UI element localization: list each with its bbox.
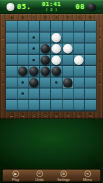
cell-E2[interactable] (51, 32, 62, 43)
column-labels-bottom: ABCDEFGH (6, 112, 96, 118)
cell-E8[interactable] (51, 100, 62, 111)
cell-E7[interactable] (51, 89, 62, 100)
toolbar-label-undo: Undo (35, 177, 43, 181)
cell-G2[interactable] (74, 32, 85, 43)
row-label-6: 6 (97, 77, 103, 88)
col-label-D: D (40, 112, 51, 118)
cell-F6[interactable] (62, 77, 73, 88)
col-label-B: B (17, 112, 28, 118)
cell-F5[interactable] (62, 66, 73, 77)
settings-icon: ⚙ (60, 170, 67, 177)
undo-icon: ↶ (36, 170, 43, 177)
score-bar: 05. 01:41 ( 2 ) 08 (0, 0, 103, 14)
col-label-A: A (6, 15, 17, 21)
cell-B8[interactable] (17, 100, 28, 111)
cell-E5[interactable] (51, 66, 62, 77)
black-score: 08 (66, 3, 85, 11)
white-piece-F3 (63, 44, 73, 54)
cell-G7[interactable] (74, 89, 85, 100)
board-frame: ABCDEFGH 12345678 12345678 ABCDEFGH (0, 14, 103, 119)
white-piece-G4 (74, 55, 84, 65)
cell-B2[interactable] (17, 32, 28, 43)
white-piece-E2 (52, 33, 62, 43)
cell-G8[interactable] (74, 100, 85, 111)
black-stone-icon (88, 3, 96, 11)
cell-H6[interactable] (85, 77, 96, 88)
cell-A6[interactable] (6, 77, 17, 88)
cell-C8[interactable] (29, 100, 40, 111)
menu-icon: ≡ (84, 170, 91, 177)
cell-F8[interactable] (62, 100, 73, 111)
cell-E3[interactable] (51, 44, 62, 55)
timer-sub: ( 2 ) (35, 8, 68, 13)
white-piece-E3 (52, 44, 62, 54)
black-piece-C5 (29, 67, 39, 77)
cell-F4[interactable] (62, 55, 73, 66)
bottom-toolbar: ▶Play↶Undo⚙Settings≡Menu (2, 169, 101, 182)
cell-H5[interactable] (85, 66, 96, 77)
black-piece-D3 (40, 44, 50, 54)
white-piece-E4 (52, 55, 62, 65)
cell-D1[interactable] (40, 21, 51, 32)
play-icon: ▶ (12, 170, 19, 177)
cell-G5[interactable] (74, 66, 85, 77)
toolbar-button-undo[interactable]: ↶Undo (29, 170, 51, 181)
toolbar-button-menu[interactable]: ≡Menu (77, 170, 99, 181)
cell-F3[interactable] (62, 44, 73, 55)
row-label-8: 8 (97, 100, 103, 111)
cell-H3[interactable] (85, 44, 96, 55)
col-label-D: D (40, 15, 51, 21)
cell-A1[interactable] (6, 21, 17, 32)
cell-A2[interactable] (6, 32, 17, 43)
cell-B3[interactable] (17, 44, 28, 55)
cell-G3[interactable] (74, 44, 85, 55)
cell-A5[interactable] (6, 66, 17, 77)
row-label-3: 3 (97, 44, 103, 55)
cell-D4[interactable] (40, 55, 51, 66)
hint-dot-C3[interactable] (33, 48, 36, 51)
hint-dot-B7[interactable] (21, 93, 24, 96)
col-label-B: B (17, 15, 28, 21)
cell-C2[interactable] (29, 32, 40, 43)
row-label-7: 7 (97, 89, 103, 100)
row-label-1: 1 (97, 21, 103, 32)
game-board (6, 21, 96, 111)
toolbar-label-menu: Menu (83, 177, 92, 181)
hint-dot-C4[interactable] (33, 59, 36, 62)
white-stone-icon (7, 3, 15, 11)
cell-A3[interactable] (6, 44, 17, 55)
white-score: 05. (17, 3, 31, 11)
cell-C5[interactable] (29, 66, 40, 77)
cell-B6[interactable] (17, 77, 28, 88)
cell-C6[interactable] (29, 77, 40, 88)
cell-D8[interactable] (40, 100, 51, 111)
toolbar-button-settings[interactable]: ⚙Settings (53, 170, 75, 181)
black-piece-B5 (18, 67, 28, 77)
cell-H4[interactable] (85, 55, 96, 66)
cell-E6[interactable] (51, 77, 62, 88)
col-label-C: C (29, 112, 40, 118)
row-label-4: 4 (97, 55, 103, 66)
col-label-G: G (74, 15, 85, 21)
black-piece-E5 (52, 67, 62, 77)
col-label-H: H (85, 15, 96, 21)
cell-E4[interactable] (51, 55, 62, 66)
cell-C3[interactable] (29, 44, 40, 55)
cell-F7[interactable] (62, 89, 73, 100)
toolbar-label-settings: Settings (57, 177, 70, 181)
col-label-A: A (6, 112, 17, 118)
cell-B5[interactable] (17, 66, 28, 77)
toolbar-label-play: Play (12, 177, 19, 181)
hint-dot-E6[interactable] (55, 81, 58, 84)
toolbar-button-play[interactable]: ▶Play (5, 170, 27, 181)
cell-H1[interactable] (85, 21, 96, 32)
cell-G4[interactable] (74, 55, 85, 66)
cell-B7[interactable] (17, 89, 28, 100)
black-piece-F6 (63, 78, 73, 88)
col-label-F: F (62, 15, 73, 21)
row-label-2: 2 (97, 32, 103, 43)
black-piece-D5 (40, 67, 50, 77)
cell-C1[interactable] (29, 21, 40, 32)
cell-C4[interactable] (29, 55, 40, 66)
cell-D3[interactable] (40, 44, 51, 55)
row-label-5: 5 (97, 66, 103, 77)
cell-A8[interactable] (6, 100, 17, 111)
col-label-G: G (74, 112, 85, 118)
col-label-F: F (62, 112, 73, 118)
app-window: 05. 01:41 ( 2 ) 08 ABCDEFGH 12345678 123… (0, 0, 103, 183)
cell-H8[interactable] (85, 100, 96, 111)
cell-D5[interactable] (40, 66, 51, 77)
hint-dot-B6[interactable] (21, 81, 24, 84)
cell-D6[interactable] (40, 77, 51, 88)
column-labels-top: ABCDEFGH (6, 15, 96, 21)
col-label-E: E (51, 112, 62, 118)
row-labels-right: 12345678 (97, 21, 103, 111)
cell-H7[interactable] (85, 89, 96, 100)
cell-B1[interactable] (17, 21, 28, 32)
cell-D2[interactable] (40, 32, 51, 43)
cell-B4[interactable] (17, 55, 28, 66)
cell-H2[interactable] (85, 32, 96, 43)
black-piece-C6 (29, 78, 39, 88)
cell-A7[interactable] (6, 89, 17, 100)
cell-A4[interactable] (6, 55, 17, 66)
timer: 01:41 ( 2 ) (35, 1, 68, 12)
hint-dot-C2[interactable] (33, 36, 36, 39)
cell-C7[interactable] (29, 89, 40, 100)
col-label-H: H (85, 112, 96, 118)
black-piece-D4 (40, 55, 50, 65)
cell-G6[interactable] (74, 77, 85, 88)
cell-F2[interactable] (62, 32, 73, 43)
cell-D7[interactable] (40, 89, 51, 100)
cell-F1[interactable] (62, 21, 73, 32)
cell-E1[interactable] (51, 21, 62, 32)
cell-G1[interactable] (74, 21, 85, 32)
col-label-E: E (51, 15, 62, 21)
col-label-C: C (29, 15, 40, 21)
